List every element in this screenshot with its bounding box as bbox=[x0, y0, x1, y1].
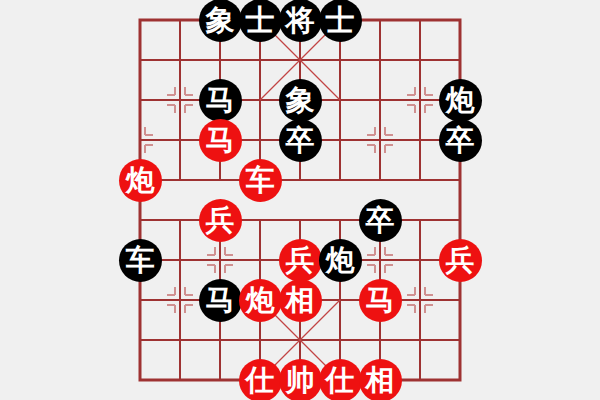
piece-red-soldier[interactable]: 兵 bbox=[439, 239, 482, 282]
piece-red-soldier[interactable]: 兵 bbox=[199, 199, 242, 242]
piece-red-advisor[interactable]: 仕 bbox=[239, 359, 282, 400]
xiangqi-board-screen: 象士将士马象炮马卒卒炮车兵卒车兵炮兵马炮相马仕帅仕相 bbox=[0, 0, 600, 400]
piece-red-elephant[interactable]: 相 bbox=[359, 359, 402, 400]
piece-black-soldier[interactable]: 卒 bbox=[359, 199, 402, 242]
piece-black-soldier[interactable]: 卒 bbox=[439, 119, 482, 162]
piece-red-general[interactable]: 帅 bbox=[279, 359, 322, 400]
xiangqi-board-grid bbox=[0, 0, 600, 400]
piece-red-horse[interactable]: 马 bbox=[359, 279, 402, 322]
piece-red-soldier[interactable]: 兵 bbox=[279, 239, 322, 282]
piece-black-soldier[interactable]: 卒 bbox=[279, 119, 322, 162]
piece-red-advisor[interactable]: 仕 bbox=[319, 359, 362, 400]
piece-black-advisor[interactable]: 士 bbox=[319, 0, 362, 42]
piece-red-cannon[interactable]: 炮 bbox=[239, 279, 282, 322]
piece-black-elephant[interactable]: 象 bbox=[199, 0, 242, 42]
piece-black-cannon[interactable]: 炮 bbox=[319, 239, 362, 282]
piece-red-cannon[interactable]: 炮 bbox=[119, 159, 162, 202]
piece-black-chariot[interactable]: 车 bbox=[119, 239, 162, 282]
piece-black-general[interactable]: 将 bbox=[279, 0, 322, 42]
piece-black-horse[interactable]: 马 bbox=[199, 79, 242, 122]
piece-black-advisor[interactable]: 士 bbox=[239, 0, 282, 42]
piece-red-chariot[interactable]: 车 bbox=[239, 159, 282, 202]
piece-black-elephant[interactable]: 象 bbox=[279, 79, 322, 122]
piece-black-cannon[interactable]: 炮 bbox=[439, 79, 482, 122]
piece-black-horse[interactable]: 马 bbox=[199, 279, 242, 322]
piece-red-elephant[interactable]: 相 bbox=[279, 279, 322, 322]
piece-red-horse[interactable]: 马 bbox=[199, 119, 242, 162]
